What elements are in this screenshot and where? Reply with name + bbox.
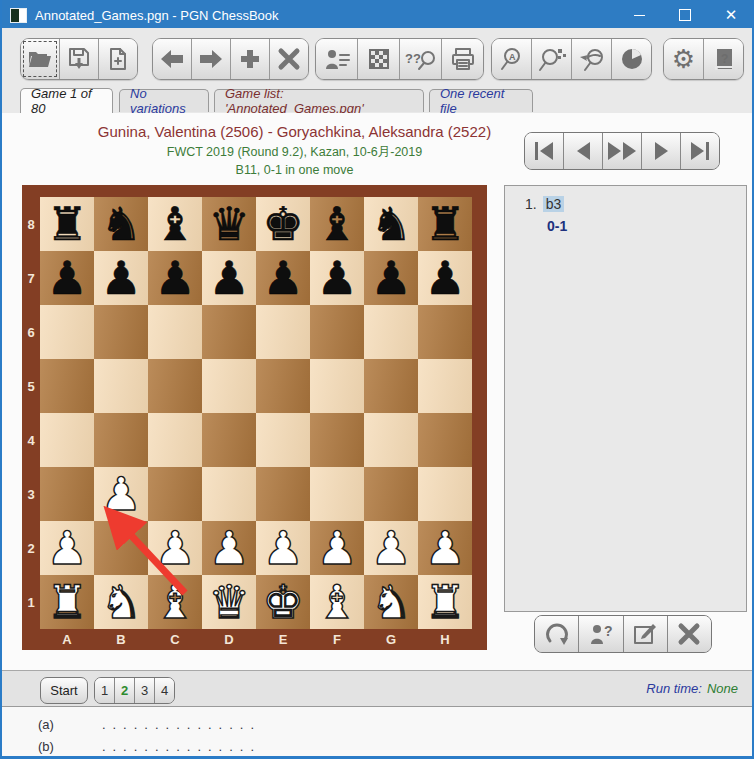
runtime-label: Run time: — [646, 681, 702, 696]
game-result[interactable]: 0-1 — [547, 218, 746, 234]
previous-game-button[interactable] — [153, 39, 191, 79]
black-pawn[interactable]: ♟ — [256, 251, 310, 305]
tab-game-list[interactable]: Game list: 'Annotated_Games.pgn' — [214, 89, 424, 112]
players-list-button[interactable] — [316, 39, 357, 79]
find-position-button[interactable] — [531, 39, 571, 79]
arrow-right-icon — [198, 48, 224, 70]
square-f5[interactable] — [310, 359, 364, 413]
answer-dots: ............... — [102, 717, 261, 732]
square-d3[interactable] — [202, 467, 256, 521]
answer-label: (b) — [38, 739, 54, 754]
black-knight[interactable]: ♞ — [364, 197, 418, 251]
square-e1[interactable]: ♚ — [256, 575, 310, 629]
runtime: Run time: None — [646, 671, 738, 706]
magnifier-reset-icon — [578, 46, 606, 72]
statistics-button[interactable] — [611, 39, 651, 79]
black-pawn[interactable]: ♟ — [418, 251, 472, 305]
step-button-group: 1234 — [94, 677, 175, 704]
black-pawn[interactable]: ♟ — [310, 251, 364, 305]
cross-icon — [277, 47, 301, 71]
square-b7[interactable]: ♟ — [94, 251, 148, 305]
file-label: G — [364, 629, 418, 650]
answer-label: (a) — [38, 717, 54, 732]
square-b1[interactable]: ♞ — [94, 575, 148, 629]
app-icon — [10, 8, 27, 23]
square-d2[interactable]: ♟ — [202, 521, 256, 575]
square-a3[interactable] — [40, 467, 94, 521]
square-b3[interactable]: ♟ — [94, 467, 148, 521]
player-question-icon: ? — [587, 622, 615, 646]
find-unknown-button[interactable]: ?? — [399, 39, 441, 79]
square-c3[interactable] — [148, 467, 202, 521]
svg-text:??: ?? — [405, 51, 421, 66]
game-nav-button-group — [152, 38, 309, 80]
toolbar: ?? A — [2, 28, 752, 88]
black-bishop[interactable]: ♝ — [148, 197, 202, 251]
file-labels: ABCDEFGH — [40, 629, 472, 650]
rank-label: 3 — [22, 467, 40, 521]
black-pawn[interactable]: ♟ — [40, 251, 94, 305]
square-d7[interactable]: ♟ — [202, 251, 256, 305]
previous-move-button[interactable] — [563, 133, 602, 169]
start-button[interactable]: Start — [40, 677, 88, 704]
rank-label: 4 — [22, 413, 40, 467]
black-king[interactable]: ♚ — [256, 197, 310, 251]
next-move-button[interactable] — [641, 133, 680, 169]
printer-icon — [450, 47, 476, 71]
rank-label: 6 — [22, 305, 40, 359]
square-c4[interactable] — [148, 413, 202, 467]
file-label: F — [310, 629, 364, 650]
previous-move-icon — [577, 142, 590, 160]
white-king[interactable]: ♚ — [256, 575, 310, 629]
next-move-icon — [655, 142, 668, 160]
square-a2[interactable]: ♟ — [40, 521, 94, 575]
square-h7[interactable]: ♟ — [418, 251, 472, 305]
white-queen[interactable]: ♛ — [202, 575, 256, 629]
view-button-group: ?? — [315, 38, 484, 80]
tab-bar: Game 1 of 80 No variations Game list: 'A… — [2, 88, 752, 114]
answer-line-a: (a) ............... — [38, 717, 261, 732]
file-button-group — [20, 38, 138, 80]
game-header: Gunina, Valentina (2506) - Goryachkina, … — [12, 123, 577, 177]
square-f1[interactable]: ♝ — [310, 575, 364, 629]
first-move-button[interactable] — [525, 133, 563, 169]
new-file-icon — [106, 47, 130, 71]
square-d1[interactable]: ♛ — [202, 575, 256, 629]
white-pawn[interactable]: ♟ — [364, 521, 418, 575]
square-g1[interactable]: ♞ — [364, 575, 418, 629]
black-rook[interactable]: ♜ — [418, 197, 472, 251]
annotation-button-group: ? — [534, 615, 712, 653]
square-g6[interactable] — [364, 305, 418, 359]
white-pawn[interactable]: ♟ — [310, 521, 364, 575]
svg-text:?: ? — [604, 623, 613, 639]
close-x-icon — [677, 622, 701, 646]
print-button[interactable] — [441, 39, 483, 79]
tab-label: Game 1 of 80 — [31, 86, 102, 116]
rotate-icon — [544, 621, 570, 647]
title-bar: Annotated_Games.pgn - PGN ChessBook ✕ — [0, 0, 754, 30]
square-f6[interactable] — [310, 305, 364, 359]
black-pawn[interactable]: ♟ — [148, 251, 202, 305]
new-file-button[interactable] — [98, 39, 137, 79]
square-c6[interactable] — [148, 305, 202, 359]
last-move-button[interactable] — [680, 133, 719, 169]
square-b5[interactable] — [94, 359, 148, 413]
move-list-panel[interactable]: 1. b3 0-1 — [504, 185, 747, 612]
rank-label: 1 — [22, 575, 40, 629]
square-g4[interactable] — [364, 413, 418, 467]
chessboard-icon — [367, 47, 391, 71]
square-b2[interactable] — [94, 521, 148, 575]
rank-label: 7 — [22, 251, 40, 305]
next-game-button[interactable] — [191, 39, 230, 79]
square-f2[interactable]: ♟ — [310, 521, 364, 575]
white-pawn[interactable]: ♟ — [256, 521, 310, 575]
close-icon: ✕ — [725, 8, 738, 23]
square-e7[interactable]: ♟ — [256, 251, 310, 305]
tab-game-number[interactable]: Game 1 of 80 — [20, 88, 113, 113]
tab-label: No variations — [130, 86, 198, 116]
maximize-icon — [679, 9, 691, 21]
rank-label: 8 — [22, 197, 40, 251]
square-h1[interactable]: ♜ — [418, 575, 472, 629]
square-a7[interactable]: ♟ — [40, 251, 94, 305]
square-h6[interactable] — [418, 305, 472, 359]
arrow-left-icon — [159, 48, 185, 70]
help-button[interactable]: ? — [703, 39, 743, 79]
search-button-group: A — [491, 38, 652, 80]
plus-icon — [238, 47, 262, 71]
black-queen[interactable]: ♛ — [202, 197, 256, 251]
gear-icon: ⚙ — [672, 46, 695, 72]
move-line: 1. b3 — [525, 196, 746, 212]
rank-label: 5 — [22, 359, 40, 413]
file-label: D — [202, 629, 256, 650]
magnifier-position-icon — [538, 46, 566, 72]
magnifier-a-icon: A — [499, 46, 525, 72]
edit-annotation-button[interactable] — [623, 616, 667, 652]
step-button-2[interactable]: 2 — [114, 678, 134, 703]
fast-forward-icon — [608, 142, 621, 160]
add-game-button[interactable] — [230, 39, 269, 79]
white-rook[interactable]: ♜ — [40, 575, 94, 629]
file-label: C — [148, 629, 202, 650]
tab-label: One recent file — [440, 86, 522, 116]
window-title: Annotated_Games.pgn - PGN ChessBook — [35, 8, 279, 23]
square-g8[interactable]: ♞ — [364, 197, 418, 251]
svg-text:A: A — [509, 52, 516, 62]
white-pawn[interactable]: ♟ — [418, 521, 472, 575]
white-rook[interactable]: ♜ — [418, 575, 472, 629]
square-h4[interactable] — [418, 413, 472, 467]
square-g2[interactable]: ♟ — [364, 521, 418, 575]
move-nav-group — [524, 132, 720, 170]
move-number: 1. — [525, 196, 537, 212]
find-unknown-icon: ?? — [405, 47, 437, 71]
step-button-3[interactable]: 3 — [134, 678, 154, 703]
white-pawn[interactable]: ♟ — [40, 521, 94, 575]
rank-labels: 87654321 — [22, 197, 40, 629]
open-file-button[interactable] — [21, 39, 59, 79]
players-line: Gunina, Valentina (2506) - Goryachkina, … — [12, 123, 577, 140]
settings-button[interactable]: ⚙ — [664, 39, 703, 79]
square-h5[interactable] — [418, 359, 472, 413]
square-d8[interactable]: ♛ — [202, 197, 256, 251]
black-rook[interactable]: ♜ — [40, 197, 94, 251]
main-content: Gunina, Valentina (2506) - Goryachkina, … — [2, 113, 752, 670]
file-label: H — [418, 629, 472, 650]
minimize-icon — [634, 15, 645, 16]
black-pawn[interactable]: ♟ — [202, 251, 256, 305]
step-button-4[interactable]: 4 — [154, 678, 174, 703]
square-b8[interactable]: ♞ — [94, 197, 148, 251]
flip-board-button[interactable] — [535, 616, 578, 652]
answer-line-b: (b) ............... — [38, 739, 261, 754]
square-f3[interactable] — [310, 467, 364, 521]
square-h8[interactable]: ♜ — [418, 197, 472, 251]
square-b6[interactable] — [94, 305, 148, 359]
find-text-button[interactable]: A — [492, 39, 531, 79]
run-bar: Start 1234 Run time: None — [2, 670, 752, 707]
square-a4[interactable] — [40, 413, 94, 467]
white-pawn[interactable]: ♟ — [202, 521, 256, 575]
square-d6[interactable] — [202, 305, 256, 359]
tab-recent-file[interactable]: One recent file — [429, 89, 533, 112]
fast-forward-button[interactable] — [602, 133, 641, 169]
file-label: E — [256, 629, 310, 650]
file-label: A — [40, 629, 94, 650]
black-pawn[interactable]: ♟ — [364, 251, 418, 305]
board-setup-button[interactable] — [357, 39, 399, 79]
settings-button-group: ⚙ ? — [663, 38, 744, 80]
square-e3[interactable] — [256, 467, 310, 521]
white-pawn[interactable]: ♟ — [94, 467, 148, 521]
black-knight[interactable]: ♞ — [94, 197, 148, 251]
app-window: Annotated_Games.pgn - PGN ChessBook ✕ — [0, 0, 754, 759]
minimize-button[interactable] — [616, 0, 662, 30]
square-c1[interactable]: ♝ — [148, 575, 202, 629]
maximize-button[interactable] — [662, 0, 708, 30]
black-bishop[interactable]: ♝ — [310, 197, 364, 251]
player-info-button[interactable]: ? — [578, 616, 622, 652]
square-e4[interactable] — [256, 413, 310, 467]
last-move-icon — [691, 142, 704, 160]
square-f7[interactable]: ♟ — [310, 251, 364, 305]
open-folder-icon — [27, 47, 53, 71]
square-e5[interactable] — [256, 359, 310, 413]
delete-annotation-button[interactable] — [667, 616, 711, 652]
square-e6[interactable] — [256, 305, 310, 359]
tab-label: Game list: 'Annotated_Games.pgn' — [225, 86, 413, 116]
square-c5[interactable] — [148, 359, 202, 413]
square-d5[interactable] — [202, 359, 256, 413]
square-e2[interactable]: ♟ — [256, 521, 310, 575]
square-b4[interactable] — [94, 413, 148, 467]
step-button-1[interactable]: 1 — [95, 678, 114, 703]
square-f8[interactable]: ♝ — [310, 197, 364, 251]
white-bishop[interactable]: ♝ — [148, 575, 202, 629]
white-pawn[interactable]: ♟ — [148, 521, 202, 575]
chess-board: 87654321 ♜♞♝♛♚♝♞♜♟♟♟♟♟♟♟♟♟♟♟♟♟♟♟♟♜♞♝♛♚♝♞… — [22, 185, 487, 650]
square-a1[interactable]: ♜ — [40, 575, 94, 629]
square-g3[interactable] — [364, 467, 418, 521]
pie-chart-icon — [620, 47, 644, 71]
tab-variations[interactable]: No variations — [119, 89, 209, 112]
square-h2[interactable]: ♟ — [418, 521, 472, 575]
square-c8[interactable]: ♝ — [148, 197, 202, 251]
rank-label: 2 — [22, 521, 40, 575]
players-list-icon — [324, 47, 350, 71]
white-knight[interactable]: ♞ — [94, 575, 148, 629]
square-c7[interactable]: ♟ — [148, 251, 202, 305]
close-button[interactable]: ✕ — [708, 0, 754, 30]
white-bishop[interactable]: ♝ — [310, 575, 364, 629]
delete-game-button[interactable] — [269, 39, 308, 79]
square-g7[interactable]: ♟ — [364, 251, 418, 305]
square-h3[interactable] — [418, 467, 472, 521]
answer-area: (a) ............... (b) ............... — [2, 707, 752, 756]
svg-text:?: ? — [721, 52, 728, 66]
answer-dots: ............... — [102, 739, 261, 754]
first-move-icon — [535, 142, 538, 160]
file-label: B — [94, 629, 148, 650]
black-pawn[interactable]: ♟ — [94, 251, 148, 305]
reset-find-button[interactable] — [571, 39, 611, 79]
help-book-icon: ? — [712, 47, 736, 71]
square-e8[interactable]: ♚ — [256, 197, 310, 251]
square-a6[interactable] — [40, 305, 94, 359]
square-a5[interactable] — [40, 359, 94, 413]
square-g5[interactable] — [364, 359, 418, 413]
square-d4[interactable] — [202, 413, 256, 467]
runtime-value: None — [707, 681, 738, 696]
save-disk-icon — [66, 47, 92, 71]
save-file-button[interactable] — [59, 39, 98, 79]
square-a8[interactable]: ♜ — [40, 197, 94, 251]
eco-result-line: B11, 0-1 in one move — [12, 163, 577, 177]
white-knight[interactable]: ♞ — [364, 575, 418, 629]
square-c2[interactable]: ♟ — [148, 521, 202, 575]
square-f4[interactable] — [310, 413, 364, 467]
edit-icon — [632, 622, 658, 646]
event-line: FWCT 2019 (Round 9.2), Kazan, 10-6月-2019 — [12, 144, 577, 161]
move-san-selected[interactable]: b3 — [543, 196, 565, 212]
board-squares[interactable]: ♜♞♝♛♚♝♞♜♟♟♟♟♟♟♟♟♟♟♟♟♟♟♟♟♜♞♝♛♚♝♞♜ — [40, 197, 472, 629]
